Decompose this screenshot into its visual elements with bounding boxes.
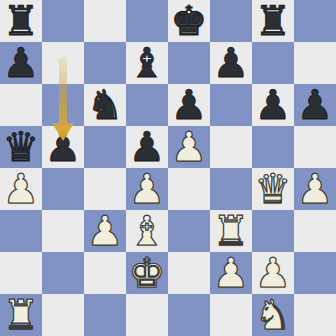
black-pawn[interactable]: ♟ bbox=[129, 126, 166, 168]
square-d4[interactable]: ♟ bbox=[126, 168, 168, 210]
square-d6[interactable] bbox=[126, 84, 168, 126]
black-pawn[interactable]: ♟ bbox=[255, 84, 292, 126]
square-b2[interactable] bbox=[42, 252, 84, 294]
white-rook[interactable]: ♜ bbox=[213, 210, 250, 252]
black-queen[interactable]: ♛ bbox=[3, 126, 40, 168]
square-e5[interactable]: ♟ bbox=[168, 126, 210, 168]
black-bishop[interactable]: ♝ bbox=[129, 42, 166, 84]
square-b5[interactable]: ♟ bbox=[42, 126, 84, 168]
square-c4[interactable] bbox=[84, 168, 126, 210]
square-b6[interactable] bbox=[42, 84, 84, 126]
square-e6[interactable]: ♟ bbox=[168, 84, 210, 126]
square-e4[interactable] bbox=[168, 168, 210, 210]
white-pawn[interactable]: ♟ bbox=[255, 252, 292, 294]
square-g6[interactable]: ♟ bbox=[252, 84, 294, 126]
square-f8[interactable] bbox=[210, 0, 252, 42]
square-c6[interactable]: ♞ bbox=[84, 84, 126, 126]
square-g8[interactable]: ♜ bbox=[252, 0, 294, 42]
square-h2[interactable] bbox=[294, 252, 336, 294]
square-h3[interactable] bbox=[294, 210, 336, 252]
square-e3[interactable] bbox=[168, 210, 210, 252]
white-pawn[interactable]: ♟ bbox=[87, 210, 124, 252]
square-f3[interactable]: ♜ bbox=[210, 210, 252, 252]
square-b1[interactable] bbox=[42, 294, 84, 336]
white-pawn[interactable]: ♟ bbox=[171, 126, 208, 168]
square-d3[interactable]: ♝ bbox=[126, 210, 168, 252]
square-a2[interactable] bbox=[0, 252, 42, 294]
white-king[interactable]: ♚ bbox=[129, 252, 166, 294]
square-f4[interactable] bbox=[210, 168, 252, 210]
square-e2[interactable] bbox=[168, 252, 210, 294]
square-f5[interactable] bbox=[210, 126, 252, 168]
square-c1[interactable] bbox=[84, 294, 126, 336]
square-d8[interactable] bbox=[126, 0, 168, 42]
square-a1[interactable]: ♜ bbox=[0, 294, 42, 336]
white-pawn[interactable]: ♟ bbox=[213, 252, 250, 294]
square-e1[interactable] bbox=[168, 294, 210, 336]
white-pawn[interactable]: ♟ bbox=[297, 168, 334, 210]
square-g4[interactable]: ♛ bbox=[252, 168, 294, 210]
white-queen[interactable]: ♛ bbox=[255, 168, 292, 210]
square-c7[interactable] bbox=[84, 42, 126, 84]
black-king[interactable]: ♚ bbox=[171, 0, 208, 42]
square-h4[interactable]: ♟ bbox=[294, 168, 336, 210]
white-pawn[interactable]: ♟ bbox=[3, 168, 40, 210]
square-a7[interactable]: ♟ bbox=[0, 42, 42, 84]
square-a5[interactable]: ♛ bbox=[0, 126, 42, 168]
square-h5[interactable] bbox=[294, 126, 336, 168]
black-pawn[interactable]: ♟ bbox=[297, 84, 334, 126]
black-knight[interactable]: ♞ bbox=[87, 84, 124, 126]
square-h1[interactable] bbox=[294, 294, 336, 336]
square-b8[interactable] bbox=[42, 0, 84, 42]
square-g5[interactable] bbox=[252, 126, 294, 168]
square-a3[interactable] bbox=[0, 210, 42, 252]
white-rook[interactable]: ♜ bbox=[3, 294, 40, 336]
square-f2[interactable]: ♟ bbox=[210, 252, 252, 294]
square-a4[interactable]: ♟ bbox=[0, 168, 42, 210]
square-f7[interactable]: ♟ bbox=[210, 42, 252, 84]
square-b4[interactable] bbox=[42, 168, 84, 210]
chess-board: ♜♚♜♟♝♟♞♟♟♟♛♟♟♟♟♟♛♟♟♝♜♚♟♟♜♞ bbox=[0, 0, 336, 336]
square-b3[interactable] bbox=[42, 210, 84, 252]
black-pawn[interactable]: ♟ bbox=[171, 84, 208, 126]
square-h6[interactable]: ♟ bbox=[294, 84, 336, 126]
square-c8[interactable] bbox=[84, 0, 126, 42]
square-g3[interactable] bbox=[252, 210, 294, 252]
black-pawn[interactable]: ♟ bbox=[213, 42, 250, 84]
black-rook[interactable]: ♜ bbox=[3, 0, 40, 42]
square-g7[interactable] bbox=[252, 42, 294, 84]
square-d5[interactable]: ♟ bbox=[126, 126, 168, 168]
square-g1[interactable]: ♞ bbox=[252, 294, 294, 336]
square-e7[interactable] bbox=[168, 42, 210, 84]
white-pawn[interactable]: ♟ bbox=[129, 168, 166, 210]
square-d7[interactable]: ♝ bbox=[126, 42, 168, 84]
square-h8[interactable] bbox=[294, 0, 336, 42]
square-a8[interactable]: ♜ bbox=[0, 0, 42, 42]
square-g2[interactable]: ♟ bbox=[252, 252, 294, 294]
white-bishop[interactable]: ♝ bbox=[129, 210, 166, 252]
square-a6[interactable] bbox=[0, 84, 42, 126]
square-f6[interactable] bbox=[210, 84, 252, 126]
square-c3[interactable]: ♟ bbox=[84, 210, 126, 252]
white-knight[interactable]: ♞ bbox=[255, 294, 292, 336]
square-c5[interactable] bbox=[84, 126, 126, 168]
square-d2[interactable]: ♚ bbox=[126, 252, 168, 294]
square-b7[interactable] bbox=[42, 42, 84, 84]
black-pawn[interactable]: ♟ bbox=[3, 42, 40, 84]
black-rook[interactable]: ♜ bbox=[255, 0, 292, 42]
square-h7[interactable] bbox=[294, 42, 336, 84]
square-d1[interactable] bbox=[126, 294, 168, 336]
square-c2[interactable] bbox=[84, 252, 126, 294]
black-pawn[interactable]: ♟ bbox=[45, 126, 82, 168]
square-f1[interactable] bbox=[210, 294, 252, 336]
square-e8[interactable]: ♚ bbox=[168, 0, 210, 42]
